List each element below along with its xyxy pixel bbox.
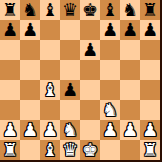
piece-white-rook: ♜ bbox=[2, 140, 18, 160]
square-b6[interactable] bbox=[20, 40, 40, 60]
square-d6[interactable] bbox=[60, 40, 80, 60]
square-h3[interactable] bbox=[140, 100, 160, 120]
square-e6[interactable]: ♟ bbox=[80, 40, 100, 60]
square-a1[interactable]: ♜ bbox=[0, 140, 20, 160]
chess-board: ♜♞♝♛♚♝♞♜♟♟♟♟♟♟♝♟♞♟♟♟♞♟♟♟♜♝♛♚♜ bbox=[0, 0, 162, 162]
square-a3[interactable] bbox=[0, 100, 20, 120]
piece-white-bishop: ♝ bbox=[42, 80, 58, 100]
square-b8[interactable]: ♞ bbox=[20, 0, 40, 20]
piece-white-queen: ♛ bbox=[62, 140, 78, 160]
square-f3[interactable]: ♞ bbox=[100, 100, 120, 120]
square-g1[interactable] bbox=[120, 140, 140, 160]
square-f2[interactable]: ♟ bbox=[100, 120, 120, 140]
piece-black-king: ♚ bbox=[82, 0, 98, 20]
square-c2[interactable]: ♟ bbox=[40, 120, 60, 140]
piece-white-pawn: ♟ bbox=[42, 120, 58, 140]
square-f5[interactable] bbox=[100, 60, 120, 80]
square-c6[interactable] bbox=[40, 40, 60, 60]
piece-black-pawn: ♟ bbox=[102, 20, 118, 40]
square-e1[interactable]: ♚ bbox=[80, 140, 100, 160]
square-g6[interactable] bbox=[120, 40, 140, 60]
square-d8[interactable]: ♛ bbox=[60, 0, 80, 20]
square-c3[interactable] bbox=[40, 100, 60, 120]
square-g3[interactable] bbox=[120, 100, 140, 120]
square-a6[interactable] bbox=[0, 40, 20, 60]
square-a2[interactable]: ♟ bbox=[0, 120, 20, 140]
square-d2[interactable]: ♞ bbox=[60, 120, 80, 140]
square-h1[interactable]: ♜ bbox=[140, 140, 160, 160]
square-b3[interactable] bbox=[20, 100, 40, 120]
square-a5[interactable] bbox=[0, 60, 20, 80]
piece-white-pawn: ♟ bbox=[102, 120, 118, 140]
piece-white-pawn: ♟ bbox=[2, 120, 18, 140]
piece-black-pawn: ♟ bbox=[62, 80, 78, 100]
piece-black-bishop: ♝ bbox=[42, 0, 58, 20]
square-f4[interactable] bbox=[100, 80, 120, 100]
square-f6[interactable] bbox=[100, 40, 120, 60]
square-a8[interactable]: ♜ bbox=[0, 0, 20, 20]
piece-black-rook: ♜ bbox=[2, 0, 18, 20]
square-e5[interactable] bbox=[80, 60, 100, 80]
square-e7[interactable] bbox=[80, 20, 100, 40]
piece-white-pawn: ♟ bbox=[142, 120, 158, 140]
piece-black-bishop: ♝ bbox=[102, 0, 118, 20]
square-h5[interactable] bbox=[140, 60, 160, 80]
piece-white-knight: ♞ bbox=[102, 100, 118, 120]
square-h6[interactable] bbox=[140, 40, 160, 60]
square-b4[interactable] bbox=[20, 80, 40, 100]
piece-white-rook: ♜ bbox=[142, 140, 158, 160]
square-h2[interactable]: ♟ bbox=[140, 120, 160, 140]
square-c1[interactable]: ♝ bbox=[40, 140, 60, 160]
square-b5[interactable] bbox=[20, 60, 40, 80]
square-c8[interactable]: ♝ bbox=[40, 0, 60, 20]
square-d4[interactable]: ♟ bbox=[60, 80, 80, 100]
square-c4[interactable]: ♝ bbox=[40, 80, 60, 100]
piece-white-bishop: ♝ bbox=[42, 140, 58, 160]
square-b2[interactable]: ♟ bbox=[20, 120, 40, 140]
square-d5[interactable] bbox=[60, 60, 80, 80]
square-h7[interactable]: ♟ bbox=[140, 20, 160, 40]
piece-black-pawn: ♟ bbox=[22, 20, 38, 40]
square-f8[interactable]: ♝ bbox=[100, 0, 120, 20]
square-h8[interactable]: ♜ bbox=[140, 0, 160, 20]
square-d3[interactable] bbox=[60, 100, 80, 120]
square-g4[interactable] bbox=[120, 80, 140, 100]
square-b1[interactable] bbox=[20, 140, 40, 160]
piece-white-pawn: ♟ bbox=[22, 120, 38, 140]
square-a7[interactable]: ♟ bbox=[0, 20, 20, 40]
square-f7[interactable]: ♟ bbox=[100, 20, 120, 40]
piece-white-pawn: ♟ bbox=[122, 120, 138, 140]
square-h4[interactable] bbox=[140, 80, 160, 100]
square-e4[interactable] bbox=[80, 80, 100, 100]
square-f1[interactable] bbox=[100, 140, 120, 160]
square-d1[interactable]: ♛ bbox=[60, 140, 80, 160]
piece-black-rook: ♜ bbox=[142, 0, 158, 20]
square-e2[interactable] bbox=[80, 120, 100, 140]
piece-black-queen: ♛ bbox=[62, 0, 78, 20]
piece-white-knight: ♞ bbox=[62, 120, 78, 140]
square-e8[interactable]: ♚ bbox=[80, 0, 100, 20]
piece-black-pawn: ♟ bbox=[142, 20, 158, 40]
piece-black-pawn: ♟ bbox=[82, 40, 98, 60]
square-c5[interactable] bbox=[40, 60, 60, 80]
piece-black-knight: ♞ bbox=[122, 0, 138, 20]
square-g7[interactable]: ♟ bbox=[120, 20, 140, 40]
square-g2[interactable]: ♟ bbox=[120, 120, 140, 140]
piece-black-knight: ♞ bbox=[22, 0, 38, 20]
piece-black-pawn: ♟ bbox=[122, 20, 138, 40]
piece-black-pawn: ♟ bbox=[2, 20, 18, 40]
square-b7[interactable]: ♟ bbox=[20, 20, 40, 40]
square-c7[interactable] bbox=[40, 20, 60, 40]
square-g5[interactable] bbox=[120, 60, 140, 80]
square-g8[interactable]: ♞ bbox=[120, 0, 140, 20]
square-a4[interactable] bbox=[0, 80, 20, 100]
piece-white-king: ♚ bbox=[82, 140, 98, 160]
square-e3[interactable] bbox=[80, 100, 100, 120]
square-d7[interactable] bbox=[60, 20, 80, 40]
